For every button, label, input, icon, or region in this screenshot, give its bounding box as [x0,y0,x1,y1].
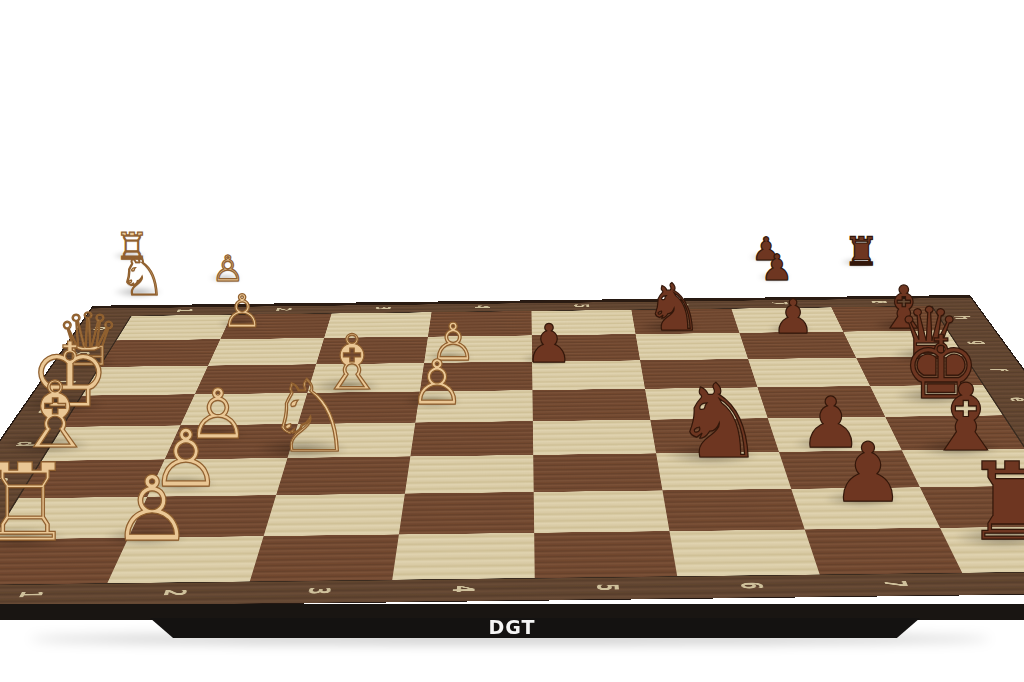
square-a7 [805,528,962,575]
square-b4 [399,492,534,534]
piece-wP-g2: ♙ [212,251,244,287]
coordinate-label: 4 [445,585,480,592]
coordinate-label: 4 [470,305,494,309]
board-base: DGT [0,598,1024,642]
piece-bR-a8: ♜ [964,449,1024,556]
coordinate-label: 7 [876,580,913,587]
coordinate-label: 2 [271,308,296,312]
piece-wP-c4: ♙ [409,352,465,414]
coordinate-label: 5 [589,584,624,591]
coordinate-label: 5 [569,304,593,308]
piece-bP-g7: ♟ [761,250,793,286]
square-c4 [405,455,534,494]
piece-wR-a1: ♖ [0,450,73,557]
square-b6 [662,489,804,531]
square-e5 [532,389,650,421]
piece-wN-f1: ♘ [118,250,166,304]
coordinate-label: 2 [156,589,193,596]
coordinate-label: 1 [11,591,49,598]
piece-bP-e7: ♟ [772,293,814,340]
square-c5 [533,453,662,492]
piece-wP-e2: ♙ [221,288,262,334]
square-a6 [669,530,819,577]
square-a4 [392,533,534,580]
piece-bR-h8: ♜ [844,232,879,271]
coordinate-label: 3 [301,587,337,594]
piece-bN-b6: ♞ [673,371,764,473]
dgt-logo: DGT [489,616,536,638]
piece-bN-f6: ♞ [645,275,703,340]
square-b3 [264,494,405,537]
square-d4 [410,421,533,456]
square-b5 [534,490,670,532]
square-a3 [250,534,399,581]
square-h1 [116,315,231,341]
piece-bP-d5: ♟ [525,317,573,370]
square-d5 [533,420,656,455]
piece-wP-a2: ♙ [112,464,193,554]
square-a5 [534,531,677,578]
coordinate-label: 8 [1020,578,1024,585]
piece-bP-a7: ♟ [831,432,905,514]
piece-wN-b3: ♘ [265,367,355,467]
coordinate-label: 3 [370,306,395,310]
coordinate-label: 6 [733,582,769,589]
coordinate-label: 1 [171,309,197,313]
chessboard-photo: 11aa22bb33cc44dd55ee66ff77gg88hh ♖♘♙♙♕♔♗… [0,0,1024,682]
